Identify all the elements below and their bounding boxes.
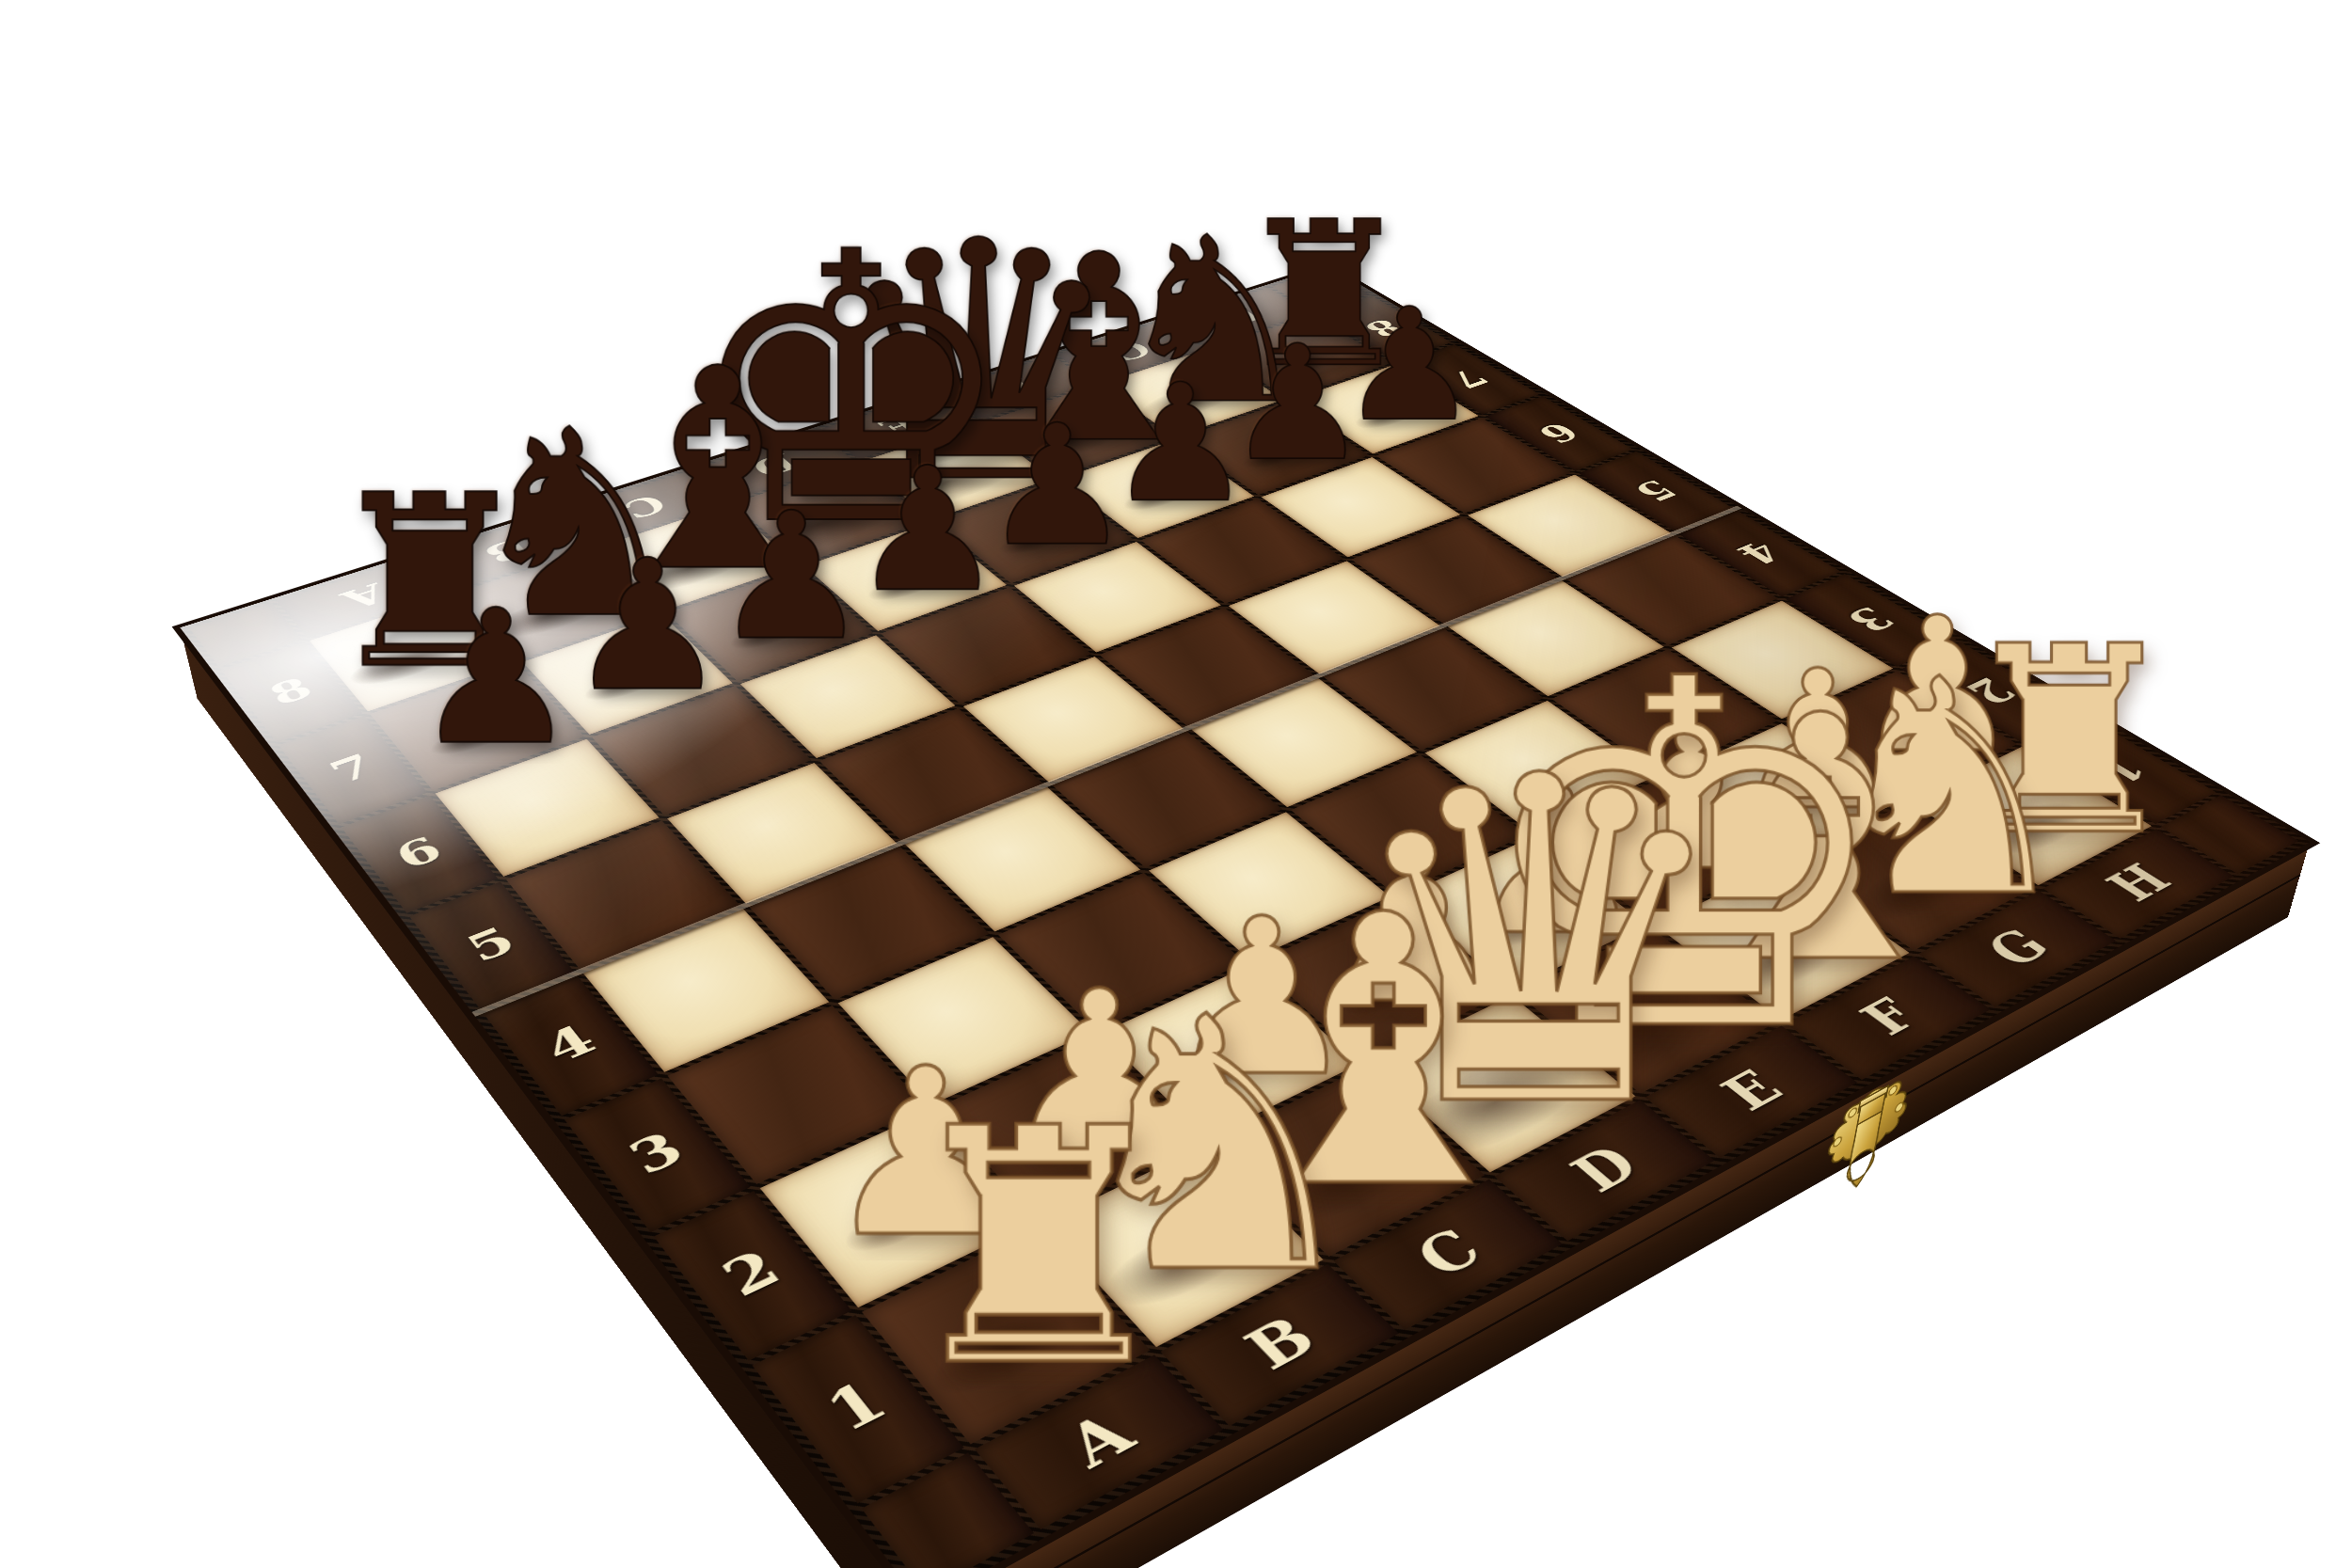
- board-3d-wrap: ABCDEFGH8877665544332211ABCDEFGH ♜♞♝♚♛♝♞…: [180, 265, 2310, 1568]
- black-pawn: ♟: [413, 585, 580, 770]
- photo-scene: ABCDEFGH8877665544332211ABCDEFGH ♜♞♝♚♛♝♞…: [0, 0, 2352, 1568]
- white-rook: ♜: [893, 1085, 1184, 1410]
